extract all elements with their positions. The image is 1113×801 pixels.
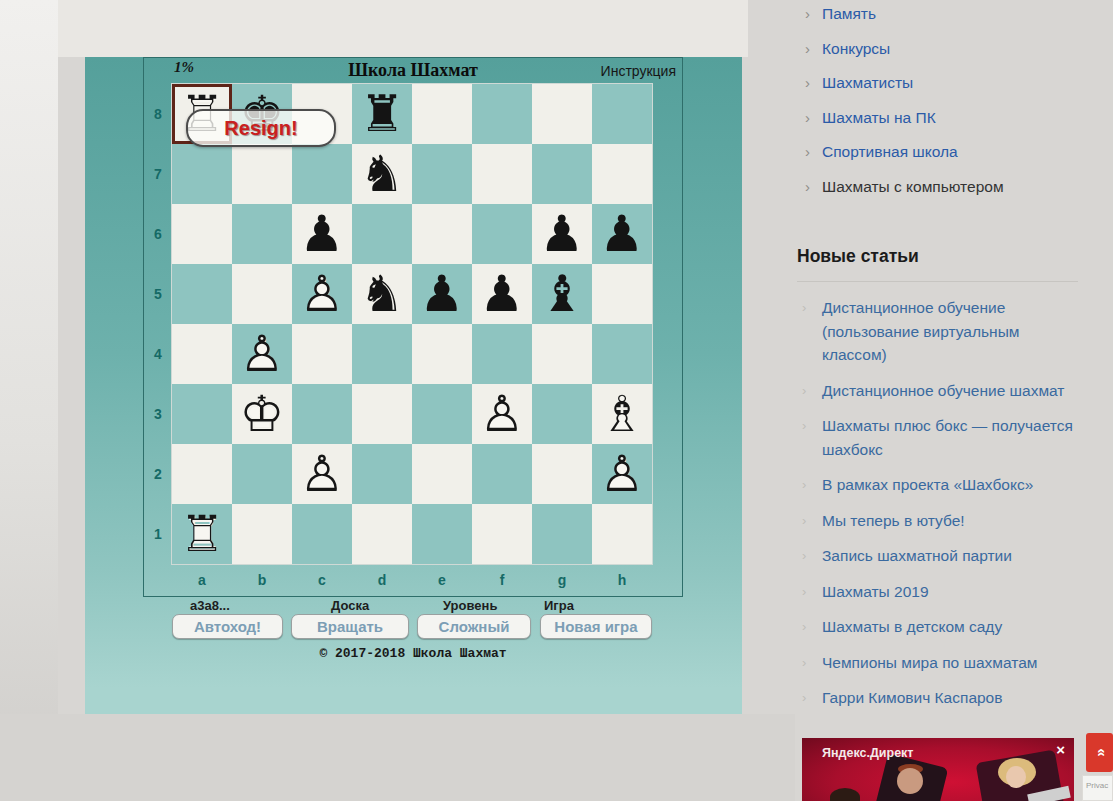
resign-tooltip: Resign! (186, 109, 336, 147)
chevron-right-icon: › (805, 32, 810, 67)
instruction-link[interactable]: Инструкция (566, 63, 676, 79)
square-d5[interactable]: ♞ (352, 264, 412, 324)
chevron-right-icon: › (802, 651, 806, 675)
file-label-g: g (532, 566, 592, 594)
piece-glyph: ♟ (292, 204, 352, 264)
move-text: a3a8... (190, 598, 230, 613)
chevron-right-icon: › (802, 473, 806, 497)
sidebar-nav-item-2[interactable]: ›Шахматисты (795, 66, 1095, 101)
square-f8[interactable] (472, 84, 532, 144)
square-h3[interactable]: ♝♗ (592, 384, 652, 444)
square-a1[interactable]: ♜♖ (172, 504, 232, 564)
square-h5[interactable] (592, 264, 652, 324)
article-link-label: Шахматы в детском саду (822, 618, 1002, 635)
square-c7[interactable] (292, 144, 352, 204)
square-g4[interactable] (532, 324, 592, 384)
square-b3[interactable]: ♚♔ (232, 384, 292, 444)
square-e1[interactable] (412, 504, 472, 564)
file-labels: abcdefgh (172, 566, 652, 594)
rank-label-3: 3 (146, 384, 170, 444)
article-link-1[interactable]: ›Дистанционное обучение шахмат (822, 379, 1080, 403)
square-b5[interactable] (232, 264, 292, 324)
article-link-label: В рамках проекта «Шахбокс» (822, 476, 1033, 493)
white-pawn-b4[interactable]: ♟♙ (232, 324, 292, 384)
white-pawn-c5[interactable]: ♟♙ (292, 264, 352, 324)
article-link-label: Шахматы 2019 (822, 583, 929, 600)
chevron-right-icon: › (802, 509, 806, 533)
square-c1[interactable] (292, 504, 352, 564)
square-f6[interactable] (472, 204, 532, 264)
sidebar-nav: ›Память›Конкурсы›Шахматисты›Шахматы на П… (795, 0, 1095, 204)
chevron-right-icon: › (805, 135, 810, 170)
square-c4[interactable] (292, 324, 352, 384)
black-knight-d5[interactable]: ♞ (352, 264, 412, 324)
chevron-right-icon: › (802, 615, 806, 639)
page-left-strip (0, 0, 58, 801)
article-link-8[interactable]: ›Чемпионы мира по шахматам (822, 651, 1080, 675)
ad-person-photo (830, 788, 860, 801)
piece-outline: ♙ (472, 384, 532, 444)
article-link-6[interactable]: ›Шахматы 2019 (822, 580, 1080, 604)
new-game-button[interactable]: Новая игра (540, 614, 652, 639)
article-link-5[interactable]: ›Запись шахматной партии (822, 544, 1080, 568)
square-a2[interactable] (172, 444, 232, 504)
black-pawn-h6[interactable]: ♟ (592, 204, 652, 264)
square-g3[interactable] (532, 384, 592, 444)
ad-close-icon[interactable]: × (1056, 741, 1065, 758)
rotate-board-button[interactable]: Вращать (291, 614, 409, 639)
ad-woman-face (1006, 766, 1026, 788)
chevron-right-icon: › (805, 170, 810, 205)
square-f5[interactable]: ♟ (472, 264, 532, 324)
sidebar-nav-label: Спортивная школа (822, 143, 958, 160)
square-f7[interactable] (472, 144, 532, 204)
square-g1[interactable] (532, 504, 592, 564)
square-c2[interactable]: ♟♙ (292, 444, 352, 504)
square-d8[interactable]: ♜ (352, 84, 412, 144)
automove-button[interactable]: Автоход! (172, 614, 283, 639)
square-g5[interactable]: ♝ (532, 264, 592, 324)
article-link-2[interactable]: ›Шахматы плюс бокс — получается шахбокс (822, 414, 1080, 461)
sidebar-nav-item-5[interactable]: ›Шахматы с компьютером (795, 170, 1095, 205)
square-c6[interactable]: ♟ (292, 204, 352, 264)
square-h1[interactable] (592, 504, 652, 564)
chevron-up-icon: » (1091, 748, 1108, 756)
piece-outline: ♙ (292, 264, 352, 324)
square-g2[interactable] (532, 444, 592, 504)
resign-tooltip-text: Resign! (224, 117, 297, 140)
black-pawn-c6[interactable]: ♟ (292, 204, 352, 264)
square-e5[interactable]: ♟ (412, 264, 472, 324)
square-h6[interactable]: ♟ (592, 204, 652, 264)
square-c3[interactable] (292, 384, 352, 444)
copyright: © 2017-2018 Школа Шахмат (143, 646, 683, 661)
sidebar-nav-item-4[interactable]: ›Спортивная школа (795, 135, 1095, 170)
square-g7[interactable] (532, 144, 592, 204)
ad-man-face (897, 768, 923, 794)
square-f3[interactable]: ♟♙ (472, 384, 532, 444)
piece-glyph: ♜ (352, 84, 412, 144)
white-pawn-c2[interactable]: ♟♙ (292, 444, 352, 504)
square-e6[interactable] (412, 204, 472, 264)
rank-label-8: 8 (146, 84, 170, 144)
rank-label-7: 7 (146, 144, 170, 204)
sidebar-nav-label: Конкурсы (822, 40, 890, 57)
scroll-top-badge[interactable]: » (1086, 733, 1113, 772)
chevron-right-icon: › (805, 101, 810, 136)
black-bishop-g5[interactable]: ♝ (532, 264, 592, 324)
rank-labels: 87654321 (146, 84, 170, 564)
rank-label-2: 2 (146, 444, 170, 504)
piece-glyph: ♟ (592, 204, 652, 264)
sidebar-nav-item-1[interactable]: ›Конкурсы (795, 32, 1095, 67)
chevron-right-icon: › (802, 544, 806, 568)
white-king-b3[interactable]: ♚♔ (232, 384, 292, 444)
square-b2[interactable] (232, 444, 292, 504)
white-rook-a1[interactable]: ♜♖ (172, 504, 232, 564)
article-link-7[interactable]: ›Шахматы в детском саду (822, 615, 1080, 639)
page-bottom-area (0, 714, 795, 801)
sidebar-nav-label: Шахматы с компьютером (822, 178, 1004, 195)
file-label-a: a (172, 566, 232, 594)
file-label-f: f (472, 566, 532, 594)
square-b1[interactable] (232, 504, 292, 564)
privacy-badge: Privac (1082, 775, 1113, 801)
file-label-c: c (292, 566, 352, 594)
game-group-label: Игра (544, 598, 574, 613)
article-link-label: Гарри Кимович Каспаров (822, 689, 1002, 706)
page-top-strip (0, 0, 748, 57)
piece-glyph: ♟ (412, 264, 472, 324)
piece-glyph: ♞ (352, 144, 412, 204)
rank-label-6: 6 (146, 204, 170, 264)
square-h2[interactable]: ♟♙ (592, 444, 652, 504)
level-group-label: Уровень (443, 598, 497, 613)
chevron-right-icon: › (805, 66, 810, 101)
piece-outline: ♙ (592, 444, 652, 504)
board-group-label: Доска (331, 598, 369, 613)
chevron-right-icon: › (802, 686, 806, 710)
square-d2[interactable] (352, 444, 412, 504)
piece-outline: ♙ (232, 324, 292, 384)
square-c5[interactable]: ♟♙ (292, 264, 352, 324)
black-pawn-g6[interactable]: ♟ (532, 204, 592, 264)
sidebar-nav-label: Память (822, 5, 876, 22)
article-link-label: Дистанционное обучение (пользование вирт… (822, 299, 1019, 363)
file-label-h: h (592, 566, 652, 594)
square-f2[interactable] (472, 444, 532, 504)
square-e4[interactable] (412, 324, 472, 384)
square-b7[interactable] (232, 144, 292, 204)
square-e7[interactable] (412, 144, 472, 204)
square-d1[interactable] (352, 504, 412, 564)
black-knight-d7[interactable]: ♞ (352, 144, 412, 204)
ad-banner[interactable]: Яндекс.Директ × (802, 738, 1074, 801)
sidebar-nav-item-0[interactable]: ›Память (795, 0, 1095, 32)
sidebar-articles: ›Дистанционное обучение (пользование вир… (822, 296, 1080, 722)
square-a5[interactable] (172, 264, 232, 324)
chevron-right-icon: › (802, 296, 806, 320)
square-e3[interactable] (412, 384, 472, 444)
square-a7[interactable] (172, 144, 232, 204)
square-d3[interactable] (352, 384, 412, 444)
chevron-right-icon: › (802, 379, 806, 403)
file-label-d: d (352, 566, 412, 594)
white-pawn-h2[interactable]: ♟♙ (592, 444, 652, 504)
page: 1% Школа Шахмат Инструкция 87654321 ♜♖♚♜… (0, 0, 1113, 801)
white-pawn-f3[interactable]: ♟♙ (472, 384, 532, 444)
piece-glyph: ♟ (532, 204, 592, 264)
piece-outline: ♔ (232, 384, 292, 444)
square-g8[interactable] (532, 84, 592, 144)
square-d4[interactable] (352, 324, 412, 384)
square-d6[interactable] (352, 204, 412, 264)
square-f1[interactable] (472, 504, 532, 564)
sidebar-nav-item-3[interactable]: ›Шахматы на ПК (795, 101, 1095, 136)
black-rook-d8[interactable]: ♜ (352, 84, 412, 144)
article-link-0[interactable]: ›Дистанционное обучение (пользование вир… (822, 296, 1080, 367)
file-label-b: b (232, 566, 292, 594)
sidebar-nav-label: Шахматы на ПК (822, 109, 936, 126)
piece-glyph: ♟ (472, 264, 532, 324)
article-link-label: Дистанционное обучение шахмат (822, 382, 1064, 399)
square-b6[interactable] (232, 204, 292, 264)
privacy-label: Privac (1086, 781, 1112, 790)
square-b4[interactable]: ♟♙ (232, 324, 292, 384)
square-e2[interactable] (412, 444, 472, 504)
square-a3[interactable] (172, 384, 232, 444)
article-link-label: Запись шахматной партии (822, 547, 1012, 564)
article-link-4[interactable]: ›Мы теперь в ютубе! (822, 509, 1080, 533)
sidebar-heading: Новые статьи (797, 246, 919, 267)
chevron-right-icon: › (802, 580, 806, 604)
sidebar-nav-label: Шахматисты (822, 74, 913, 91)
article-link-label: Чемпионы мира по шахматам (822, 654, 1037, 671)
article-link-9[interactable]: ›Гарри Кимович Каспаров (822, 686, 1080, 710)
article-link-label: Шахматы плюс бокс — получается шахбокс (822, 417, 1073, 458)
sidebar-divider (797, 281, 1078, 282)
square-f4[interactable] (472, 324, 532, 384)
level-button[interactable]: Сложный (417, 614, 531, 639)
square-h4[interactable] (592, 324, 652, 384)
piece-outline: ♖ (172, 504, 232, 564)
article-link-3[interactable]: ›В рамках проекта «Шахбокс» (822, 473, 1080, 497)
square-e8[interactable] (412, 84, 472, 144)
piece-outline: ♙ (292, 444, 352, 504)
chevron-right-icon: › (805, 0, 810, 32)
rank-label-5: 5 (146, 264, 170, 324)
square-a6[interactable] (172, 204, 232, 264)
chevron-right-icon: › (802, 414, 806, 438)
piece-outline: ♗ (592, 384, 652, 444)
file-label-e: e (412, 566, 472, 594)
article-link-label: Мы теперь в ютубе! (822, 512, 965, 529)
square-h7[interactable] (592, 144, 652, 204)
board: ♜♖♚♜♞♟♟♟♟♙♞♟♟♝♟♙♚♔♟♙♝♗♟♙♟♙♜♖ (172, 84, 652, 564)
piece-glyph: ♞ (352, 264, 412, 324)
black-pawn-e5[interactable]: ♟ (412, 264, 472, 324)
square-h8[interactable] (592, 84, 652, 144)
square-g6[interactable]: ♟ (532, 204, 592, 264)
black-pawn-f5[interactable]: ♟ (472, 264, 532, 324)
rank-label-4: 4 (146, 324, 170, 384)
white-bishop-h3[interactable]: ♝♗ (592, 384, 652, 444)
ad-brand-label: Яндекс.Директ (822, 746, 914, 760)
square-d7[interactable]: ♞ (352, 144, 412, 204)
square-a4[interactable] (172, 324, 232, 384)
rank-label-1: 1 (146, 504, 170, 564)
piece-glyph: ♝ (532, 264, 592, 324)
